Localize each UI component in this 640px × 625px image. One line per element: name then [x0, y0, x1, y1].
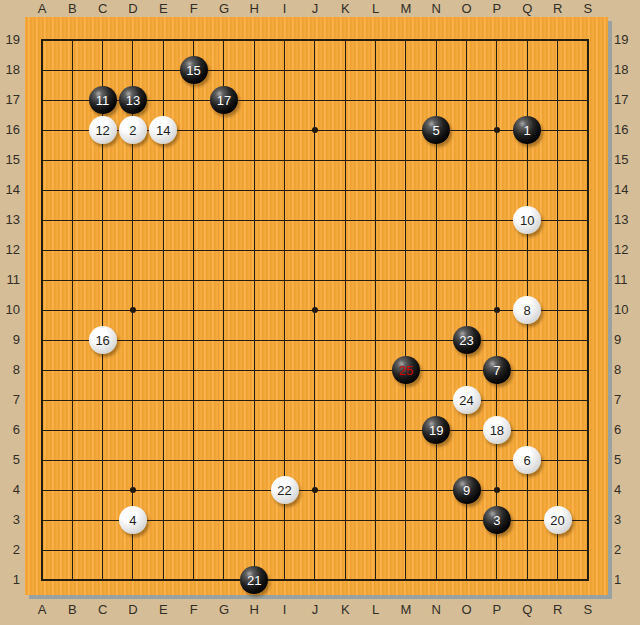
- board-intersection-B10[interactable]: [57, 295, 87, 325]
- board-intersection-S9[interactable]: [573, 325, 603, 355]
- board-intersection-P17[interactable]: [482, 85, 512, 115]
- board-intersection-I7[interactable]: [269, 385, 299, 415]
- board-intersection-F10[interactable]: [178, 295, 208, 325]
- board-intersection-F17[interactable]: [178, 85, 208, 115]
- board-intersection-J18[interactable]: [300, 55, 330, 85]
- board-intersection-H17[interactable]: [239, 85, 269, 115]
- board-intersection-C12[interactable]: [87, 235, 117, 265]
- board-intersection-M13[interactable]: [391, 205, 421, 235]
- board-intersection-I1[interactable]: [269, 565, 299, 595]
- board-intersection-H9[interactable]: [239, 325, 269, 355]
- board-intersection-I18[interactable]: [269, 55, 299, 85]
- board-intersection-L18[interactable]: [360, 55, 390, 85]
- board-intersection-P16[interactable]: [482, 115, 512, 145]
- board-intersection-N16[interactable]: 5: [421, 115, 451, 145]
- board-intersection-G13[interactable]: [209, 205, 239, 235]
- board-intersection-P13[interactable]: [482, 205, 512, 235]
- board-intersection-E4[interactable]: [148, 475, 178, 505]
- board-intersection-F18[interactable]: 15: [178, 55, 208, 85]
- board-intersection-F4[interactable]: [178, 475, 208, 505]
- board-intersection-L5[interactable]: [360, 445, 390, 475]
- board-intersection-N2[interactable]: [421, 535, 451, 565]
- board-intersection-P7[interactable]: [482, 385, 512, 415]
- board-intersection-Q3[interactable]: [512, 505, 542, 535]
- board-intersection-G4[interactable]: [209, 475, 239, 505]
- board-intersection-L14[interactable]: [360, 175, 390, 205]
- board-intersection-K14[interactable]: [330, 175, 360, 205]
- board-intersection-F1[interactable]: [178, 565, 208, 595]
- board-intersection-C19[interactable]: [87, 25, 117, 55]
- board-intersection-N9[interactable]: [421, 325, 451, 355]
- board-intersection-B6[interactable]: [57, 415, 87, 445]
- board-intersection-P18[interactable]: [482, 55, 512, 85]
- board-intersection-L17[interactable]: [360, 85, 390, 115]
- board-intersection-B9[interactable]: [57, 325, 87, 355]
- board-intersection-E11[interactable]: [148, 265, 178, 295]
- board-intersection-O15[interactable]: [451, 145, 481, 175]
- board-intersection-S7[interactable]: [573, 385, 603, 415]
- board-intersection-G19[interactable]: [209, 25, 239, 55]
- board-intersection-B17[interactable]: [57, 85, 87, 115]
- board-intersection-A9[interactable]: [27, 325, 57, 355]
- board-intersection-B16[interactable]: [57, 115, 87, 145]
- board-intersection-D8[interactable]: [118, 355, 148, 385]
- board-intersection-L1[interactable]: [360, 565, 390, 595]
- board-intersection-S10[interactable]: [573, 295, 603, 325]
- board-intersection-N15[interactable]: [421, 145, 451, 175]
- board-intersection-F3[interactable]: [178, 505, 208, 535]
- board-intersection-I12[interactable]: [269, 235, 299, 265]
- board-intersection-K9[interactable]: [330, 325, 360, 355]
- board-intersection-M19[interactable]: [391, 25, 421, 55]
- board-intersection-D19[interactable]: [118, 25, 148, 55]
- board-intersection-G18[interactable]: [209, 55, 239, 85]
- board-intersection-O18[interactable]: [451, 55, 481, 85]
- board-intersection-B4[interactable]: [57, 475, 87, 505]
- board-intersection-R2[interactable]: [542, 535, 572, 565]
- board-intersection-D4[interactable]: [118, 475, 148, 505]
- board-intersection-I13[interactable]: [269, 205, 299, 235]
- board-intersection-K17[interactable]: [330, 85, 360, 115]
- board-intersection-N8[interactable]: [421, 355, 451, 385]
- board-intersection-D9[interactable]: [118, 325, 148, 355]
- board-intersection-L15[interactable]: [360, 145, 390, 175]
- board-intersection-M8[interactable]: 25: [391, 355, 421, 385]
- board-intersection-D3[interactable]: 4: [118, 505, 148, 535]
- board-intersection-M3[interactable]: [391, 505, 421, 535]
- board-intersection-H1[interactable]: 21: [239, 565, 269, 595]
- board-intersection-D14[interactable]: [118, 175, 148, 205]
- board-intersection-L10[interactable]: [360, 295, 390, 325]
- board-intersection-C11[interactable]: [87, 265, 117, 295]
- board-intersection-K5[interactable]: [330, 445, 360, 475]
- board-intersection-O14[interactable]: [451, 175, 481, 205]
- board-intersection-K2[interactable]: [330, 535, 360, 565]
- board-intersection-E17[interactable]: [148, 85, 178, 115]
- board-intersection-K4[interactable]: [330, 475, 360, 505]
- board-intersection-P11[interactable]: [482, 265, 512, 295]
- board-intersection-G7[interactable]: [209, 385, 239, 415]
- board-intersection-E9[interactable]: [148, 325, 178, 355]
- board-intersection-Q11[interactable]: [512, 265, 542, 295]
- board-intersection-H2[interactable]: [239, 535, 269, 565]
- board-intersection-S5[interactable]: [573, 445, 603, 475]
- board-intersection-L11[interactable]: [360, 265, 390, 295]
- board-intersection-Q1[interactable]: [512, 565, 542, 595]
- board-intersection-N5[interactable]: [421, 445, 451, 475]
- board-intersection-C14[interactable]: [87, 175, 117, 205]
- board-intersection-Q15[interactable]: [512, 145, 542, 175]
- board-intersection-S2[interactable]: [573, 535, 603, 565]
- board-intersection-L8[interactable]: [360, 355, 390, 385]
- board-intersection-G5[interactable]: [209, 445, 239, 475]
- board-intersection-I8[interactable]: [269, 355, 299, 385]
- board-intersection-M2[interactable]: [391, 535, 421, 565]
- board-intersection-H5[interactable]: [239, 445, 269, 475]
- board-intersection-E10[interactable]: [148, 295, 178, 325]
- board-intersection-A11[interactable]: [27, 265, 57, 295]
- board-intersection-J9[interactable]: [300, 325, 330, 355]
- board-intersection-H6[interactable]: [239, 415, 269, 445]
- board-intersection-R5[interactable]: [542, 445, 572, 475]
- board-intersection-O13[interactable]: [451, 205, 481, 235]
- board-intersection-G15[interactable]: [209, 145, 239, 175]
- board-intersection-L2[interactable]: [360, 535, 390, 565]
- board-intersection-J2[interactable]: [300, 535, 330, 565]
- board-intersection-S16[interactable]: [573, 115, 603, 145]
- board-intersection-H10[interactable]: [239, 295, 269, 325]
- board-intersection-L19[interactable]: [360, 25, 390, 55]
- board-intersection-S12[interactable]: [573, 235, 603, 265]
- board-intersection-A5[interactable]: [27, 445, 57, 475]
- board-intersection-R10[interactable]: [542, 295, 572, 325]
- board-intersection-Q8[interactable]: [512, 355, 542, 385]
- board-intersection-G9[interactable]: [209, 325, 239, 355]
- board-intersection-H15[interactable]: [239, 145, 269, 175]
- board-intersection-N3[interactable]: [421, 505, 451, 535]
- board-intersection-G2[interactable]: [209, 535, 239, 565]
- board-intersection-M1[interactable]: [391, 565, 421, 595]
- board-intersection-F2[interactable]: [178, 535, 208, 565]
- board-intersection-O3[interactable]: [451, 505, 481, 535]
- board-intersection-F7[interactable]: [178, 385, 208, 415]
- board-intersection-A3[interactable]: [27, 505, 57, 535]
- board-intersection-F16[interactable]: [178, 115, 208, 145]
- board-intersection-D11[interactable]: [118, 265, 148, 295]
- board-intersection-L3[interactable]: [360, 505, 390, 535]
- board-intersection-B5[interactable]: [57, 445, 87, 475]
- board-intersection-L4[interactable]: [360, 475, 390, 505]
- board-intersection-I9[interactable]: [269, 325, 299, 355]
- board-intersection-O17[interactable]: [451, 85, 481, 115]
- board-intersection-S3[interactable]: [573, 505, 603, 535]
- board-intersection-L9[interactable]: [360, 325, 390, 355]
- board-intersection-B2[interactable]: [57, 535, 87, 565]
- board-intersection-K15[interactable]: [330, 145, 360, 175]
- board-intersection-Q10[interactable]: 8: [512, 295, 542, 325]
- board-intersection-B12[interactable]: [57, 235, 87, 265]
- board-intersection-Q2[interactable]: [512, 535, 542, 565]
- board-intersection-G1[interactable]: [209, 565, 239, 595]
- board-intersection-Q6[interactable]: [512, 415, 542, 445]
- board-intersection-R17[interactable]: [542, 85, 572, 115]
- board-intersection-A16[interactable]: [27, 115, 57, 145]
- board-intersection-E6[interactable]: [148, 415, 178, 445]
- board-intersection-Q18[interactable]: [512, 55, 542, 85]
- board-intersection-B19[interactable]: [57, 25, 87, 55]
- board-intersection-F13[interactable]: [178, 205, 208, 235]
- board-intersection-D17[interactable]: 13: [118, 85, 148, 115]
- board-intersection-A17[interactable]: [27, 85, 57, 115]
- board-intersection-N12[interactable]: [421, 235, 451, 265]
- board-intersection-J10[interactable]: [300, 295, 330, 325]
- board-intersection-O4[interactable]: 9: [451, 475, 481, 505]
- board-intersection-C7[interactable]: [87, 385, 117, 415]
- board-intersection-L16[interactable]: [360, 115, 390, 145]
- board-intersection-P19[interactable]: [482, 25, 512, 55]
- board-intersection-O11[interactable]: [451, 265, 481, 295]
- board-intersection-B11[interactable]: [57, 265, 87, 295]
- board-intersection-K8[interactable]: [330, 355, 360, 385]
- board-intersection-E13[interactable]: [148, 205, 178, 235]
- board-intersection-J5[interactable]: [300, 445, 330, 475]
- board-intersection-P8[interactable]: 7: [482, 355, 512, 385]
- board-intersection-D18[interactable]: [118, 55, 148, 85]
- board-intersection-C3[interactable]: [87, 505, 117, 535]
- board-intersection-A10[interactable]: [27, 295, 57, 325]
- board-intersection-R11[interactable]: [542, 265, 572, 295]
- board-intersection-J14[interactable]: [300, 175, 330, 205]
- board-intersection-A1[interactable]: [27, 565, 57, 595]
- board-intersection-O1[interactable]: [451, 565, 481, 595]
- board-intersection-D1[interactable]: [118, 565, 148, 595]
- board-intersection-N6[interactable]: 19: [421, 415, 451, 445]
- board-intersection-A18[interactable]: [27, 55, 57, 85]
- board-intersection-H8[interactable]: [239, 355, 269, 385]
- board-intersection-F6[interactable]: [178, 415, 208, 445]
- board-intersection-A12[interactable]: [27, 235, 57, 265]
- board-intersection-R4[interactable]: [542, 475, 572, 505]
- board-intersection-P1[interactable]: [482, 565, 512, 595]
- board-intersection-S18[interactable]: [573, 55, 603, 85]
- board-intersection-J4[interactable]: [300, 475, 330, 505]
- board-intersection-N19[interactable]: [421, 25, 451, 55]
- board-intersection-C8[interactable]: [87, 355, 117, 385]
- board-intersection-R13[interactable]: [542, 205, 572, 235]
- board-intersection-J3[interactable]: [300, 505, 330, 535]
- board-intersection-H4[interactable]: [239, 475, 269, 505]
- board-intersection-E18[interactable]: [148, 55, 178, 85]
- board-intersection-E15[interactable]: [148, 145, 178, 175]
- board-intersection-N11[interactable]: [421, 265, 451, 295]
- board-intersection-R3[interactable]: 20: [542, 505, 572, 535]
- board-intersection-Q14[interactable]: [512, 175, 542, 205]
- board-intersection-Q7[interactable]: [512, 385, 542, 415]
- board-intersection-K10[interactable]: [330, 295, 360, 325]
- board-intersection-C13[interactable]: [87, 205, 117, 235]
- board-intersection-G11[interactable]: [209, 265, 239, 295]
- board-intersection-M15[interactable]: [391, 145, 421, 175]
- board-intersection-D16[interactable]: 2: [118, 115, 148, 145]
- board-intersection-G6[interactable]: [209, 415, 239, 445]
- board-intersection-R7[interactable]: [542, 385, 572, 415]
- board-intersection-B15[interactable]: [57, 145, 87, 175]
- board-intersection-K19[interactable]: [330, 25, 360, 55]
- board-intersection-J13[interactable]: [300, 205, 330, 235]
- board-intersection-E12[interactable]: [148, 235, 178, 265]
- board-intersection-A13[interactable]: [27, 205, 57, 235]
- board-intersection-O16[interactable]: [451, 115, 481, 145]
- board-intersection-N10[interactable]: [421, 295, 451, 325]
- board-intersection-M18[interactable]: [391, 55, 421, 85]
- board-intersection-R19[interactable]: [542, 25, 572, 55]
- board-intersection-F12[interactable]: [178, 235, 208, 265]
- board-intersection-D13[interactable]: [118, 205, 148, 235]
- board-intersection-B13[interactable]: [57, 205, 87, 235]
- board-intersection-L6[interactable]: [360, 415, 390, 445]
- board-intersection-P9[interactable]: [482, 325, 512, 355]
- board-intersection-O7[interactable]: 24: [451, 385, 481, 415]
- board-intersection-I11[interactable]: [269, 265, 299, 295]
- board-intersection-N4[interactable]: [421, 475, 451, 505]
- board-intersection-K3[interactable]: [330, 505, 360, 535]
- board-intersection-B1[interactable]: [57, 565, 87, 595]
- board-intersection-Q5[interactable]: 6: [512, 445, 542, 475]
- board-intersection-M5[interactable]: [391, 445, 421, 475]
- board-intersection-P10[interactable]: [482, 295, 512, 325]
- board-intersection-H19[interactable]: [239, 25, 269, 55]
- board-intersection-R18[interactable]: [542, 55, 572, 85]
- board-intersection-M12[interactable]: [391, 235, 421, 265]
- board-intersection-O6[interactable]: [451, 415, 481, 445]
- board-intersection-B14[interactable]: [57, 175, 87, 205]
- board-intersection-R14[interactable]: [542, 175, 572, 205]
- board-intersection-J1[interactable]: [300, 565, 330, 595]
- board-intersection-K11[interactable]: [330, 265, 360, 295]
- board-intersection-J11[interactable]: [300, 265, 330, 295]
- board-intersection-G12[interactable]: [209, 235, 239, 265]
- board-intersection-H3[interactable]: [239, 505, 269, 535]
- board-intersection-D10[interactable]: [118, 295, 148, 325]
- board-intersection-E5[interactable]: [148, 445, 178, 475]
- board-intersection-G3[interactable]: [209, 505, 239, 535]
- board-intersection-E1[interactable]: [148, 565, 178, 595]
- board-intersection-I14[interactable]: [269, 175, 299, 205]
- board-intersection-M17[interactable]: [391, 85, 421, 115]
- board-intersection-H12[interactable]: [239, 235, 269, 265]
- board-intersection-A8[interactable]: [27, 355, 57, 385]
- board-intersection-S4[interactable]: [573, 475, 603, 505]
- board-intersection-C17[interactable]: 11: [87, 85, 117, 115]
- board-intersection-G17[interactable]: 17: [209, 85, 239, 115]
- board-intersection-C4[interactable]: [87, 475, 117, 505]
- board-intersection-A7[interactable]: [27, 385, 57, 415]
- board-intersection-J15[interactable]: [300, 145, 330, 175]
- board-intersection-C16[interactable]: 12: [87, 115, 117, 145]
- board-intersection-J17[interactable]: [300, 85, 330, 115]
- board-intersection-S15[interactable]: [573, 145, 603, 175]
- board-intersection-I6[interactable]: [269, 415, 299, 445]
- board-intersection-M7[interactable]: [391, 385, 421, 415]
- board-intersection-S14[interactable]: [573, 175, 603, 205]
- board-intersection-O2[interactable]: [451, 535, 481, 565]
- board-intersection-N18[interactable]: [421, 55, 451, 85]
- board-intersection-D5[interactable]: [118, 445, 148, 475]
- board-intersection-R1[interactable]: [542, 565, 572, 595]
- board-intersection-S13[interactable]: [573, 205, 603, 235]
- board-intersection-S11[interactable]: [573, 265, 603, 295]
- board-intersection-L7[interactable]: [360, 385, 390, 415]
- board-intersection-O10[interactable]: [451, 295, 481, 325]
- board-intersection-I16[interactable]: [269, 115, 299, 145]
- board-intersection-O19[interactable]: [451, 25, 481, 55]
- board-intersection-M16[interactable]: [391, 115, 421, 145]
- board-intersection-M6[interactable]: [391, 415, 421, 445]
- board-intersection-C18[interactable]: [87, 55, 117, 85]
- board-intersection-I19[interactable]: [269, 25, 299, 55]
- board-intersection-F14[interactable]: [178, 175, 208, 205]
- board-intersection-K16[interactable]: [330, 115, 360, 145]
- board-intersection-S1[interactable]: [573, 565, 603, 595]
- board-intersection-Q9[interactable]: [512, 325, 542, 355]
- board-intersection-Q19[interactable]: [512, 25, 542, 55]
- board-intersection-F9[interactable]: [178, 325, 208, 355]
- board-intersection-G16[interactable]: [209, 115, 239, 145]
- board-intersection-S19[interactable]: [573, 25, 603, 55]
- board-intersection-B18[interactable]: [57, 55, 87, 85]
- board-intersection-K1[interactable]: [330, 565, 360, 595]
- board-intersection-Q17[interactable]: [512, 85, 542, 115]
- board-intersection-A15[interactable]: [27, 145, 57, 175]
- board-intersection-J12[interactable]: [300, 235, 330, 265]
- board-intersection-G8[interactable]: [209, 355, 239, 385]
- board-intersection-Q13[interactable]: 10: [512, 205, 542, 235]
- board-intersection-R16[interactable]: [542, 115, 572, 145]
- board-intersection-S17[interactable]: [573, 85, 603, 115]
- board-intersection-E8[interactable]: [148, 355, 178, 385]
- board-intersection-B7[interactable]: [57, 385, 87, 415]
- board-intersection-P15[interactable]: [482, 145, 512, 175]
- board-intersection-M14[interactable]: [391, 175, 421, 205]
- board-intersection-P14[interactable]: [482, 175, 512, 205]
- board-intersection-S6[interactable]: [573, 415, 603, 445]
- board-intersection-P5[interactable]: [482, 445, 512, 475]
- board-intersection-P6[interactable]: 18: [482, 415, 512, 445]
- board-intersection-E16[interactable]: 14: [148, 115, 178, 145]
- board-intersection-Q12[interactable]: [512, 235, 542, 265]
- board-intersection-J19[interactable]: [300, 25, 330, 55]
- board-intersection-D12[interactable]: [118, 235, 148, 265]
- board-intersection-F19[interactable]: [178, 25, 208, 55]
- board-intersection-O8[interactable]: [451, 355, 481, 385]
- board-intersection-S8[interactable]: [573, 355, 603, 385]
- board-intersection-H16[interactable]: [239, 115, 269, 145]
- board-intersection-C10[interactable]: [87, 295, 117, 325]
- board-intersection-K18[interactable]: [330, 55, 360, 85]
- board-intersection-Q16[interactable]: 1: [512, 115, 542, 145]
- board-intersection-R12[interactable]: [542, 235, 572, 265]
- board-intersection-P4[interactable]: [482, 475, 512, 505]
- board-intersection-I2[interactable]: [269, 535, 299, 565]
- board-intersection-K7[interactable]: [330, 385, 360, 415]
- board-intersection-J8[interactable]: [300, 355, 330, 385]
- board-intersection-H18[interactable]: [239, 55, 269, 85]
- board-intersection-A14[interactable]: [27, 175, 57, 205]
- board-intersection-B8[interactable]: [57, 355, 87, 385]
- board-intersection-H14[interactable]: [239, 175, 269, 205]
- board-intersection-A4[interactable]: [27, 475, 57, 505]
- board-intersection-M4[interactable]: [391, 475, 421, 505]
